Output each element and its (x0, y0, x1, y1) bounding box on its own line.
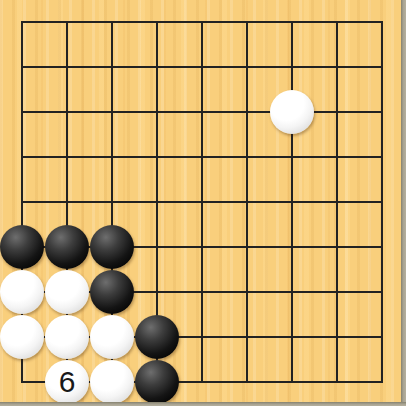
stone-white-move-6: 6 (45, 360, 89, 404)
board-right-edge-shadow (401, 0, 406, 406)
move-number-label: 6 (59, 367, 76, 397)
stone-white (90, 315, 134, 359)
stone-white (90, 360, 134, 404)
stone-white (270, 90, 314, 134)
stone-white (0, 315, 44, 359)
stone-white (45, 270, 89, 314)
stone-black (45, 225, 89, 269)
stone-black (90, 225, 134, 269)
stone-white (0, 270, 44, 314)
stone-black (90, 270, 134, 314)
board-bottom-edge-shadow (0, 402, 406, 406)
stone-black (0, 225, 44, 269)
go-board-scene: 6 (0, 0, 406, 406)
stone-black (135, 315, 179, 359)
stone-black (135, 360, 179, 404)
stone-white (45, 315, 89, 359)
